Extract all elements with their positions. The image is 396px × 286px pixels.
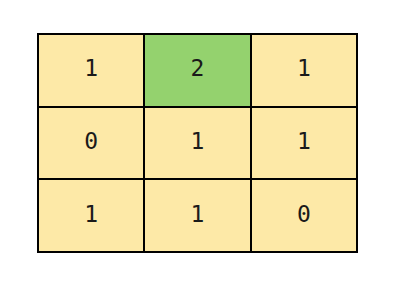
cell-r0c1[interactable]: 2 <box>144 34 250 107</box>
cell-r0c0[interactable]: 1 <box>38 34 144 107</box>
cell-r2c0[interactable]: 1 <box>38 179 144 252</box>
cell-r0c2[interactable]: 1 <box>251 34 357 107</box>
page-background: 1 2 1 0 1 1 1 1 0 <box>0 0 396 286</box>
puzzle-grid: 1 2 1 0 1 1 1 1 0 <box>37 33 358 253</box>
cell-r2c2[interactable]: 0 <box>251 179 357 252</box>
cell-r1c1[interactable]: 1 <box>144 107 250 180</box>
cell-r1c2[interactable]: 1 <box>251 107 357 180</box>
cell-r2c1[interactable]: 1 <box>144 179 250 252</box>
cell-r1c0[interactable]: 0 <box>38 107 144 180</box>
